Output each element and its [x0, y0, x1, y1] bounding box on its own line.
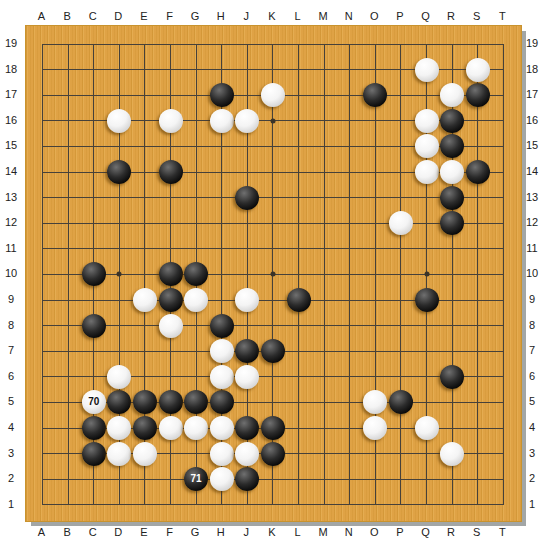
stone-black-l9 — [287, 288, 311, 312]
stone-white-r3 — [440, 442, 464, 466]
move-number-label: 71 — [184, 473, 208, 484]
stone-black-j2 — [235, 467, 259, 491]
column-label-bottom: M — [319, 526, 328, 538]
row-label-right: 14 — [526, 165, 538, 177]
column-label-top: D — [114, 10, 122, 22]
stone-black-g5 — [184, 390, 208, 414]
stone-black-f14 — [159, 160, 183, 184]
row-label-left: 2 — [8, 472, 14, 484]
column-label-top: A — [38, 10, 45, 22]
stone-black-g10 — [184, 262, 208, 286]
stone-white-q4 — [415, 416, 439, 440]
star-point — [117, 272, 122, 277]
row-label-left: 14 — [5, 165, 17, 177]
grid-line-vertical — [324, 44, 325, 506]
stone-black-h17 — [210, 83, 234, 107]
grid-line-vertical — [298, 44, 299, 506]
column-label-top: T — [499, 10, 506, 22]
stone-black-k7 — [261, 339, 285, 363]
stone-white-h16 — [210, 109, 234, 133]
row-label-left: 1 — [8, 498, 14, 510]
column-label-bottom: G — [191, 526, 200, 538]
stone-white-o4 — [363, 416, 387, 440]
stone-black-f5 — [159, 390, 183, 414]
row-label-right: 19 — [526, 37, 538, 49]
row-label-right: 7 — [529, 344, 535, 356]
row-label-right: 9 — [529, 293, 535, 305]
row-label-right: 4 — [529, 421, 535, 433]
grid-line-horizontal — [42, 504, 504, 505]
column-label-bottom: S — [473, 526, 480, 538]
row-label-right: 18 — [526, 63, 538, 75]
row-label-right: 1 — [529, 498, 535, 510]
stone-black-j4 — [235, 416, 259, 440]
grid-line-vertical — [349, 44, 350, 506]
stone-white-f8 — [159, 314, 183, 338]
stone-white-r17 — [440, 83, 464, 107]
stone-black-g2: 71 — [184, 467, 208, 491]
stone-white-e3 — [133, 442, 157, 466]
row-label-left: 19 — [5, 37, 17, 49]
column-label-bottom: A — [38, 526, 45, 538]
stone-white-q14 — [415, 160, 439, 184]
row-label-right: 13 — [526, 191, 538, 203]
stone-white-j9 — [235, 288, 259, 312]
stone-black-k3 — [261, 442, 285, 466]
stone-white-p12 — [389, 211, 413, 235]
stone-white-j16 — [235, 109, 259, 133]
column-label-bottom: C — [89, 526, 97, 538]
go-board: 7170 — [25, 25, 522, 522]
column-label-bottom: R — [447, 526, 455, 538]
grid-line-horizontal — [42, 325, 504, 326]
go-board-diagram: 7170 AABBCCDDEEFFGGHHJJKKLLMMNNOOPPQQRRS… — [0, 0, 550, 550]
stone-black-h8 — [210, 314, 234, 338]
stone-white-d4 — [107, 416, 131, 440]
row-label-right: 5 — [529, 395, 535, 407]
stone-white-j6 — [235, 365, 259, 389]
column-label-top: C — [89, 10, 97, 22]
column-label-bottom: J — [244, 526, 250, 538]
stone-white-q15 — [415, 134, 439, 158]
stone-white-s18 — [466, 58, 490, 82]
row-label-left: 16 — [5, 114, 17, 126]
stone-white-k17 — [261, 83, 285, 107]
grid-line-vertical — [477, 44, 478, 506]
row-label-right: 16 — [526, 114, 538, 126]
row-label-right: 6 — [529, 370, 535, 382]
column-label-bottom: N — [345, 526, 353, 538]
star-point — [270, 118, 275, 123]
stone-white-q16 — [415, 109, 439, 133]
stone-white-d3 — [107, 442, 131, 466]
stone-black-f10 — [159, 262, 183, 286]
column-label-bottom: L — [294, 526, 300, 538]
stone-white-h3 — [210, 442, 234, 466]
column-label-bottom: O — [370, 526, 379, 538]
column-label-bottom: P — [396, 526, 403, 538]
row-label-left: 5 — [8, 395, 14, 407]
grid-line-vertical — [503, 44, 504, 506]
stone-black-e4 — [133, 416, 157, 440]
grid-line-vertical — [400, 44, 401, 506]
column-label-bottom: E — [140, 526, 147, 538]
row-label-right: 15 — [526, 139, 538, 151]
column-label-bottom: K — [268, 526, 275, 538]
move-number-label: 70 — [82, 397, 106, 408]
column-label-top: O — [370, 10, 379, 22]
column-label-bottom: H — [217, 526, 225, 538]
stone-black-c8 — [82, 314, 106, 338]
stone-white-f16 — [159, 109, 183, 133]
stone-white-g4 — [184, 416, 208, 440]
column-label-bottom: T — [499, 526, 506, 538]
column-label-top: K — [268, 10, 275, 22]
stone-black-d14 — [107, 160, 131, 184]
stone-black-j13 — [235, 186, 259, 210]
stone-black-j7 — [235, 339, 259, 363]
stone-black-e5 — [133, 390, 157, 414]
stone-black-r6 — [440, 365, 464, 389]
column-label-top: B — [63, 10, 70, 22]
stone-black-f9 — [159, 288, 183, 312]
stone-white-d6 — [107, 365, 131, 389]
stone-white-g9 — [184, 288, 208, 312]
row-label-left: 12 — [5, 216, 17, 228]
column-label-top: P — [396, 10, 403, 22]
column-label-top: F — [166, 10, 173, 22]
stone-black-r13 — [440, 186, 464, 210]
stone-white-e9 — [133, 288, 157, 312]
stone-white-q18 — [415, 58, 439, 82]
stone-black-r15 — [440, 134, 464, 158]
stone-white-c5: 70 — [82, 390, 106, 414]
column-label-top: J — [244, 10, 250, 22]
stone-black-o17 — [363, 83, 387, 107]
stone-black-r12 — [440, 211, 464, 235]
stone-black-k4 — [261, 416, 285, 440]
column-label-top: H — [217, 10, 225, 22]
row-label-left: 7 — [8, 344, 14, 356]
column-label-top: G — [191, 10, 200, 22]
stone-black-d5 — [107, 390, 131, 414]
column-label-top: N — [345, 10, 353, 22]
row-label-left: 4 — [8, 421, 14, 433]
stone-black-s14 — [466, 160, 490, 184]
stone-white-d16 — [107, 109, 131, 133]
row-label-right: 2 — [529, 472, 535, 484]
row-label-right: 17 — [526, 88, 538, 100]
row-label-right: 12 — [526, 216, 538, 228]
stone-black-c3 — [82, 442, 106, 466]
row-label-right: 8 — [529, 319, 535, 331]
column-label-top: E — [140, 10, 147, 22]
star-point — [424, 272, 429, 277]
row-label-left: 6 — [8, 370, 14, 382]
stone-black-h5 — [210, 390, 234, 414]
stone-black-q9 — [415, 288, 439, 312]
stone-black-c10 — [82, 262, 106, 286]
row-label-left: 9 — [8, 293, 14, 305]
stone-white-r14 — [440, 160, 464, 184]
column-label-bottom: F — [166, 526, 173, 538]
stone-white-o5 — [363, 390, 387, 414]
column-label-top: Q — [421, 10, 430, 22]
row-label-right: 3 — [529, 447, 535, 459]
row-label-left: 8 — [8, 319, 14, 331]
stone-black-r16 — [440, 109, 464, 133]
column-label-bottom: B — [63, 526, 70, 538]
column-label-bottom: D — [114, 526, 122, 538]
row-label-right: 11 — [526, 242, 537, 254]
stone-white-j3 — [235, 442, 259, 466]
column-label-top: M — [319, 10, 328, 22]
stone-white-h6 — [210, 365, 234, 389]
row-label-right: 10 — [526, 267, 538, 279]
row-label-left: 18 — [5, 63, 17, 75]
stone-black-s17 — [466, 83, 490, 107]
column-label-bottom: Q — [421, 526, 430, 538]
stone-white-h7 — [210, 339, 234, 363]
row-label-left: 13 — [5, 191, 17, 203]
stone-white-h4 — [210, 416, 234, 440]
row-label-left: 15 — [5, 139, 17, 151]
stone-black-c4 — [82, 416, 106, 440]
row-label-left: 10 — [5, 267, 17, 279]
stone-black-p5 — [389, 390, 413, 414]
row-label-left: 3 — [8, 447, 14, 459]
star-point — [270, 272, 275, 277]
row-label-left: 17 — [5, 88, 17, 100]
stone-white-h2 — [210, 467, 234, 491]
grid-line-horizontal — [42, 479, 504, 480]
column-label-top: R — [447, 10, 455, 22]
row-label-left: 11 — [5, 242, 16, 254]
column-label-top: L — [294, 10, 300, 22]
stone-white-f4 — [159, 416, 183, 440]
column-label-top: S — [473, 10, 480, 22]
